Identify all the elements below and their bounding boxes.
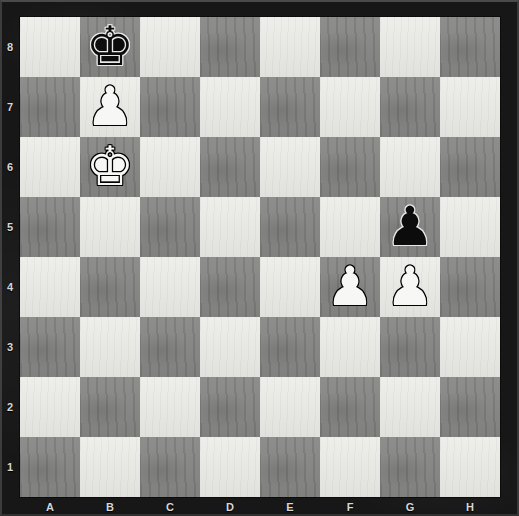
- file-label-b: B: [80, 497, 140, 516]
- file-label-f: F: [320, 497, 380, 516]
- square-e2[interactable]: [260, 377, 320, 437]
- square-f5[interactable]: [320, 197, 380, 257]
- square-d7[interactable]: [200, 77, 260, 137]
- square-b1[interactable]: [80, 437, 140, 497]
- square-b4[interactable]: [80, 257, 140, 317]
- file-label-c: C: [140, 497, 200, 516]
- square-c2[interactable]: [140, 377, 200, 437]
- square-d2[interactable]: [200, 377, 260, 437]
- piece-black-king-b8[interactable]: ♚: [86, 17, 134, 77]
- square-h2[interactable]: [440, 377, 500, 437]
- rank-label-6: 6: [0, 137, 20, 197]
- square-h6[interactable]: [440, 137, 500, 197]
- square-c4[interactable]: [140, 257, 200, 317]
- square-b7[interactable]: ♟: [80, 77, 140, 137]
- square-e4[interactable]: [260, 257, 320, 317]
- rank-label-3: 3: [0, 317, 20, 377]
- square-e5[interactable]: [260, 197, 320, 257]
- file-label-h: H: [440, 497, 500, 516]
- square-e7[interactable]: [260, 77, 320, 137]
- chessboard-widget: ♚♟♚♟♟♟ 87654321 ABCDEFGH: [0, 0, 519, 516]
- rank-label-8: 8: [0, 17, 20, 77]
- piece-white-pawn-b7[interactable]: ♟: [86, 77, 134, 137]
- square-d6[interactable]: [200, 137, 260, 197]
- square-a8[interactable]: [20, 17, 80, 77]
- square-a1[interactable]: [20, 437, 80, 497]
- square-b8[interactable]: ♚: [80, 17, 140, 77]
- square-g5[interactable]: ♟: [380, 197, 440, 257]
- square-e1[interactable]: [260, 437, 320, 497]
- square-g1[interactable]: [380, 437, 440, 497]
- square-a7[interactable]: [20, 77, 80, 137]
- square-h1[interactable]: [440, 437, 500, 497]
- square-g3[interactable]: [380, 317, 440, 377]
- square-f8[interactable]: [320, 17, 380, 77]
- square-b3[interactable]: [80, 317, 140, 377]
- square-c1[interactable]: [140, 437, 200, 497]
- square-b5[interactable]: [80, 197, 140, 257]
- piece-white-king-b6[interactable]: ♚: [86, 137, 134, 197]
- square-h5[interactable]: [440, 197, 500, 257]
- square-b6[interactable]: ♚: [80, 137, 140, 197]
- file-label-a: A: [20, 497, 80, 516]
- rank-label-4: 4: [0, 257, 20, 317]
- piece-white-pawn-f4[interactable]: ♟: [326, 257, 374, 317]
- square-e8[interactable]: [260, 17, 320, 77]
- square-c3[interactable]: [140, 317, 200, 377]
- piece-black-pawn-g5[interactable]: ♟: [386, 197, 434, 257]
- square-d1[interactable]: [200, 437, 260, 497]
- square-e3[interactable]: [260, 317, 320, 377]
- square-e6[interactable]: [260, 137, 320, 197]
- square-c7[interactable]: [140, 77, 200, 137]
- square-f2[interactable]: [320, 377, 380, 437]
- square-g2[interactable]: [380, 377, 440, 437]
- square-g4[interactable]: ♟: [380, 257, 440, 317]
- square-a3[interactable]: [20, 317, 80, 377]
- piece-white-pawn-g4[interactable]: ♟: [386, 257, 434, 317]
- square-a2[interactable]: [20, 377, 80, 437]
- square-g6[interactable]: [380, 137, 440, 197]
- square-a6[interactable]: [20, 137, 80, 197]
- square-h7[interactable]: [440, 77, 500, 137]
- rank-label-1: 1: [0, 437, 20, 497]
- square-f1[interactable]: [320, 437, 380, 497]
- square-c5[interactable]: [140, 197, 200, 257]
- file-label-e: E: [260, 497, 320, 516]
- square-c6[interactable]: [140, 137, 200, 197]
- square-d5[interactable]: [200, 197, 260, 257]
- square-d3[interactable]: [200, 317, 260, 377]
- square-a5[interactable]: [20, 197, 80, 257]
- square-f6[interactable]: [320, 137, 380, 197]
- rank-label-7: 7: [0, 77, 20, 137]
- square-h3[interactable]: [440, 317, 500, 377]
- board: ♚♟♚♟♟♟: [20, 17, 500, 497]
- square-f3[interactable]: [320, 317, 380, 377]
- square-b2[interactable]: [80, 377, 140, 437]
- square-c8[interactable]: [140, 17, 200, 77]
- square-h8[interactable]: [440, 17, 500, 77]
- square-d8[interactable]: [200, 17, 260, 77]
- square-g8[interactable]: [380, 17, 440, 77]
- square-f4[interactable]: ♟: [320, 257, 380, 317]
- file-label-d: D: [200, 497, 260, 516]
- square-f7[interactable]: [320, 77, 380, 137]
- rank-label-5: 5: [0, 197, 20, 257]
- square-a4[interactable]: [20, 257, 80, 317]
- square-h4[interactable]: [440, 257, 500, 317]
- file-label-g: G: [380, 497, 440, 516]
- square-g7[interactable]: [380, 77, 440, 137]
- rank-label-2: 2: [0, 377, 20, 437]
- square-d4[interactable]: [200, 257, 260, 317]
